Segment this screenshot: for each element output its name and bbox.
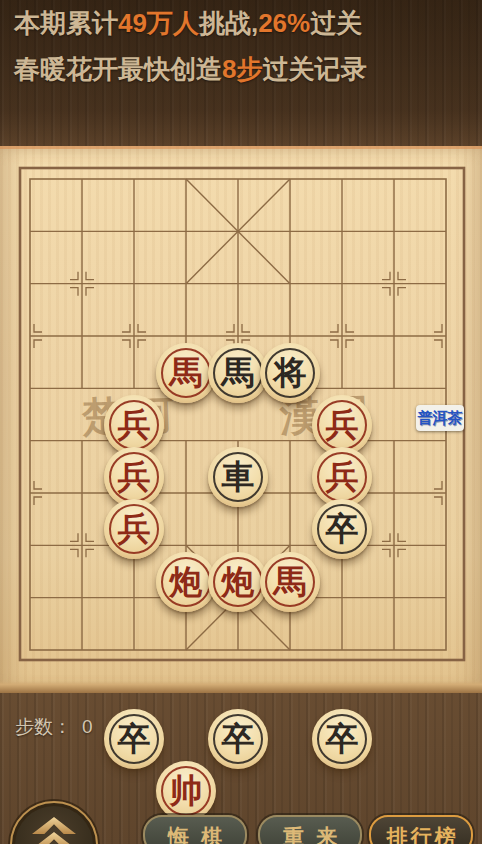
- piece-black-5-1[interactable]: 将: [260, 343, 320, 403]
- ad-badge[interactable]: 普洱茶: [416, 405, 464, 431]
- piece-glyph: 馬: [170, 343, 203, 403]
- piece-black-6-8[interactable]: 卒: [312, 709, 372, 769]
- piece-glyph: 兵: [326, 447, 359, 507]
- banner-text-segment: 挑战,: [199, 8, 258, 38]
- piece-red-4-5[interactable]: 炮: [208, 552, 268, 612]
- piece-glyph: 卒: [326, 709, 359, 769]
- piece-glyph: 卒: [326, 499, 359, 559]
- steps-value: 0: [82, 716, 93, 737]
- piece-glyph: 兵: [118, 447, 151, 507]
- piece-glyph: 将: [274, 343, 307, 403]
- piece-glyph: 卒: [222, 709, 255, 769]
- chevron-up-icon: [32, 817, 76, 834]
- restart-button[interactable]: 重来: [258, 815, 362, 844]
- banner-text-segment: 春暖花开最快创造: [14, 54, 222, 84]
- piece-red-5-5[interactable]: 馬: [260, 552, 320, 612]
- piece-glyph: 馬: [222, 343, 255, 403]
- app-screen: 本期累计49万人挑战,26%过关 春暖花开最快创造8步过关记录 楚河 漢界 馬馬…: [0, 0, 482, 844]
- banner-line-2: 春暖花开最快创造8步过关记录: [14, 46, 474, 92]
- piece-red-6-3[interactable]: 兵: [312, 447, 372, 507]
- piece-glyph: 炮: [222, 552, 255, 612]
- piece-red-3-1[interactable]: 馬: [156, 343, 216, 403]
- banner-text-segment: 过关: [310, 8, 362, 38]
- piece-glyph: 兵: [118, 499, 151, 559]
- banner-text-segment: 49万人: [118, 8, 199, 38]
- board-grid: 馬馬将兵兵兵車兵兵卒炮炮馬卒卒卒帅: [4, 299, 472, 822]
- piece-red-2-3[interactable]: 兵: [104, 447, 164, 507]
- piece-glyph: 帅: [170, 761, 203, 821]
- piece-black-2-8[interactable]: 卒: [104, 709, 164, 769]
- steps-label: 步数：: [15, 716, 72, 737]
- piece-glyph: 車: [222, 447, 255, 507]
- piece-black-4-3[interactable]: 車: [208, 447, 268, 507]
- piece-red-6-2[interactable]: 兵: [312, 395, 372, 455]
- piece-red-2-4[interactable]: 兵: [104, 499, 164, 559]
- piece-red-3-5[interactable]: 炮: [156, 552, 216, 612]
- banner-text-segment: 本期累计: [14, 8, 118, 38]
- piece-black-4-8[interactable]: 卒: [208, 709, 268, 769]
- piece-glyph: 兵: [118, 395, 151, 455]
- banner-line-1: 本期累计49万人挑战,26%过关: [14, 0, 474, 46]
- piece-glyph: 馬: [274, 552, 307, 612]
- piece-glyph: 炮: [170, 552, 203, 612]
- event-banner: 本期累计49万人挑战,26%过关 春暖花开最快创造8步过关记录: [14, 0, 474, 92]
- undo-button[interactable]: 悔棋: [143, 815, 247, 844]
- piece-black-6-4[interactable]: 卒: [312, 499, 372, 559]
- piece-glyph: 卒: [118, 709, 151, 769]
- banner-text-segment: 26%: [258, 8, 310, 38]
- piece-red-2-2[interactable]: 兵: [104, 395, 164, 455]
- banner-text-segment: 8步: [222, 54, 262, 84]
- banner-text-segment: 过关记录: [262, 54, 366, 84]
- piece-glyph: 兵: [326, 395, 359, 455]
- leaderboard-button[interactable]: 排行榜: [369, 815, 473, 844]
- piece-black-4-1[interactable]: 馬: [208, 343, 268, 403]
- xiangqi-board: 楚河 漢界 馬馬将兵兵兵車兵兵卒炮炮馬卒卒卒帅 普洱茶: [0, 146, 482, 693]
- status-row: 步数：0: [15, 714, 93, 740]
- piece-red-3-9[interactable]: 帅: [156, 761, 216, 821]
